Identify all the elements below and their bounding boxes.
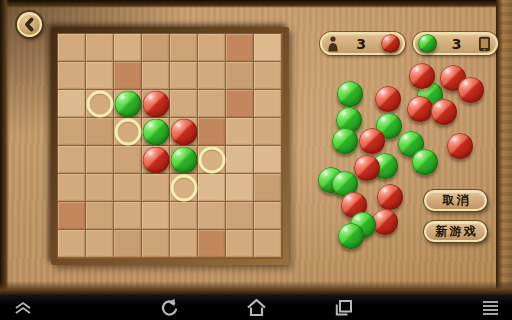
- home-icon[interactable]: [240, 295, 272, 320]
- red-marble-tray[interactable]: [359, 128, 385, 154]
- red-marble-tray[interactable]: [375, 86, 401, 112]
- chevron-left-icon: [19, 14, 40, 35]
- green-marble-tray[interactable]: [337, 81, 363, 107]
- red-marble-tray[interactable]: [409, 63, 435, 89]
- android-nav-bar: [0, 295, 512, 320]
- green-marble-tray[interactable]: [332, 128, 358, 154]
- device-score: 3: [437, 37, 476, 51]
- app-screen: 3 3 取消 新游戏: [0, 0, 512, 320]
- human-score-pill: 3: [320, 32, 405, 55]
- new-game-button[interactable]: 新游戏: [424, 221, 487, 242]
- hide-navigation-icon[interactable]: [7, 295, 39, 320]
- human-score: 3: [341, 37, 381, 51]
- red-marble-tray[interactable]: [431, 99, 457, 125]
- green-marble-tray[interactable]: [412, 149, 438, 175]
- red-marble-tray[interactable]: [458, 77, 484, 103]
- cancel-button[interactable]: 取消: [424, 190, 487, 211]
- device-score-pill: 3: [413, 32, 498, 55]
- recent-apps-icon[interactable]: [327, 295, 359, 320]
- green-marble-icon: [418, 34, 437, 53]
- person-icon: [327, 36, 339, 52]
- red-marble-tray[interactable]: [377, 184, 403, 210]
- back-icon[interactable]: [153, 295, 185, 320]
- red-marble-tray[interactable]: [447, 133, 473, 159]
- green-marble-tray[interactable]: [338, 223, 364, 249]
- red-marble-tray[interactable]: [407, 96, 433, 122]
- red-marble-icon: [381, 34, 400, 53]
- red-marble-tray[interactable]: [372, 209, 398, 235]
- menu-icon[interactable]: [474, 295, 506, 320]
- tablet-icon: [478, 36, 491, 52]
- back-button[interactable]: [17, 12, 42, 37]
- red-marble-tray[interactable]: [354, 155, 380, 181]
